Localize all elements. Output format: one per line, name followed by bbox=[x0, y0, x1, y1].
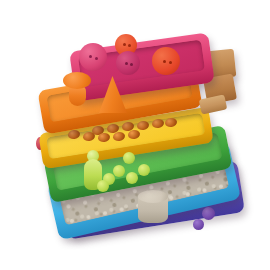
button-disc-orange-large bbox=[152, 47, 180, 75]
orange-mushroom-cap bbox=[63, 72, 91, 89]
product-photo-stacked-sensory-trays bbox=[0, 0, 270, 270]
button-disc-orange-small-hole-2 bbox=[128, 44, 131, 47]
button-disc-magenta-hole-2 bbox=[130, 63, 133, 66]
orange-mushroom bbox=[63, 72, 91, 106]
button-disc-orange-large-hole-2 bbox=[169, 61, 172, 64]
button-disc-magenta-hole-1 bbox=[125, 62, 128, 65]
lime-ball bbox=[138, 164, 150, 176]
sand-cylinder-top bbox=[138, 190, 168, 203]
button-disc-orange-small-hole-1 bbox=[123, 43, 126, 46]
button-disc-pink bbox=[79, 43, 107, 71]
button-disc-magenta bbox=[116, 51, 140, 75]
button-disc-pink-hole-2 bbox=[95, 57, 98, 60]
wood-block-3 bbox=[199, 94, 228, 114]
lime-ball bbox=[123, 152, 135, 164]
lime-ball bbox=[97, 180, 109, 192]
sand-cylinder bbox=[138, 190, 168, 223]
purple-ball-1 bbox=[202, 207, 215, 220]
lime-ball bbox=[126, 172, 138, 184]
purple-ball-2 bbox=[193, 219, 204, 230]
button-disc-orange-large-hole-1 bbox=[163, 60, 166, 63]
button-disc-pink-hole-1 bbox=[89, 55, 92, 58]
lime-ball bbox=[113, 165, 125, 177]
